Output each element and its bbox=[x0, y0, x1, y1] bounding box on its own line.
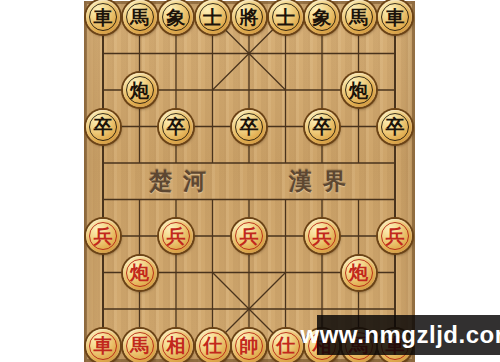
piece-glyph: 車 bbox=[386, 7, 405, 26]
piece-red-advisor[interactable]: 仕 bbox=[196, 329, 230, 362]
piece-black-soldier[interactable]: 卒 bbox=[159, 110, 193, 144]
pieces-grid: 車馬象士將士象馬車炮炮卒卒卒卒卒兵兵兵兵兵炮炮車馬相仕帥仕相馬車 bbox=[85, 0, 414, 362]
piece-black-advisor[interactable]: 士 bbox=[269, 0, 303, 34]
watermark-text: www.nmgzljd.com bbox=[301, 321, 500, 349]
piece-glyph: 卒 bbox=[313, 117, 332, 136]
piece-glyph: 車 bbox=[94, 336, 113, 355]
piece-black-soldier[interactable]: 卒 bbox=[86, 110, 120, 144]
piece-glyph: 士 bbox=[203, 7, 222, 26]
piece-red-soldier[interactable]: 兵 bbox=[378, 219, 412, 253]
piece-glyph: 帥 bbox=[240, 336, 259, 355]
piece-red-cannon[interactable]: 炮 bbox=[342, 256, 376, 290]
piece-glyph: 兵 bbox=[167, 226, 186, 245]
piece-red-general[interactable]: 帥 bbox=[232, 329, 266, 362]
piece-glyph: 兵 bbox=[240, 226, 259, 245]
piece-glyph: 相 bbox=[167, 336, 186, 355]
piece-black-elephant[interactable]: 象 bbox=[159, 0, 193, 34]
piece-red-advisor[interactable]: 仕 bbox=[269, 329, 303, 362]
piece-glyph: 象 bbox=[167, 7, 186, 26]
watermark-bar: www.nmgzljd.com bbox=[317, 315, 500, 355]
piece-glyph: 士 bbox=[276, 7, 295, 26]
piece-black-horse[interactable]: 馬 bbox=[342, 0, 376, 34]
piece-glyph: 卒 bbox=[94, 117, 113, 136]
piece-glyph: 炮 bbox=[130, 80, 149, 99]
piece-red-cannon[interactable]: 炮 bbox=[123, 256, 157, 290]
piece-glyph: 卒 bbox=[386, 117, 405, 136]
piece-glyph: 馬 bbox=[130, 7, 149, 26]
piece-glyph: 兵 bbox=[313, 226, 332, 245]
piece-glyph: 馬 bbox=[349, 7, 368, 26]
piece-black-chariot[interactable]: 車 bbox=[378, 0, 412, 34]
piece-black-chariot[interactable]: 車 bbox=[86, 0, 120, 34]
piece-glyph: 馬 bbox=[130, 336, 149, 355]
piece-red-soldier[interactable]: 兵 bbox=[232, 219, 266, 253]
piece-glyph: 卒 bbox=[240, 117, 259, 136]
piece-red-soldier[interactable]: 兵 bbox=[86, 219, 120, 253]
piece-black-advisor[interactable]: 士 bbox=[196, 0, 230, 34]
piece-black-cannon[interactable]: 炮 bbox=[123, 73, 157, 107]
xiangqi-board[interactable]: 楚河 漢界 車馬象士將士象馬車炮炮卒卒卒卒卒兵兵兵兵兵炮炮車馬相仕帥仕相馬車 bbox=[84, 1, 415, 362]
piece-black-horse[interactable]: 馬 bbox=[123, 0, 157, 34]
piece-black-general[interactable]: 將 bbox=[232, 0, 266, 34]
piece-black-elephant[interactable]: 象 bbox=[305, 0, 339, 34]
piece-glyph: 仕 bbox=[203, 336, 222, 355]
piece-black-soldier[interactable]: 卒 bbox=[232, 110, 266, 144]
piece-black-soldier[interactable]: 卒 bbox=[378, 110, 412, 144]
piece-glyph: 象 bbox=[313, 7, 332, 26]
piece-red-chariot[interactable]: 車 bbox=[86, 329, 120, 362]
piece-glyph: 卒 bbox=[167, 117, 186, 136]
piece-glyph: 仕 bbox=[276, 336, 295, 355]
piece-glyph: 炮 bbox=[349, 263, 368, 282]
piece-glyph: 炮 bbox=[349, 80, 368, 99]
piece-red-soldier[interactable]: 兵 bbox=[305, 219, 339, 253]
piece-glyph: 兵 bbox=[386, 226, 405, 245]
piece-glyph: 車 bbox=[94, 7, 113, 26]
piece-red-elephant[interactable]: 相 bbox=[159, 329, 193, 362]
piece-black-cannon[interactable]: 炮 bbox=[342, 73, 376, 107]
piece-red-horse[interactable]: 馬 bbox=[123, 329, 157, 362]
piece-black-soldier[interactable]: 卒 bbox=[305, 110, 339, 144]
page-background: 楚河 漢界 車馬象士將士象馬車炮炮卒卒卒卒卒兵兵兵兵兵炮炮車馬相仕帥仕相馬車 w… bbox=[0, 0, 500, 362]
piece-glyph: 將 bbox=[240, 7, 259, 26]
piece-glyph: 兵 bbox=[94, 226, 113, 245]
piece-red-soldier[interactable]: 兵 bbox=[159, 219, 193, 253]
piece-glyph: 炮 bbox=[130, 263, 149, 282]
